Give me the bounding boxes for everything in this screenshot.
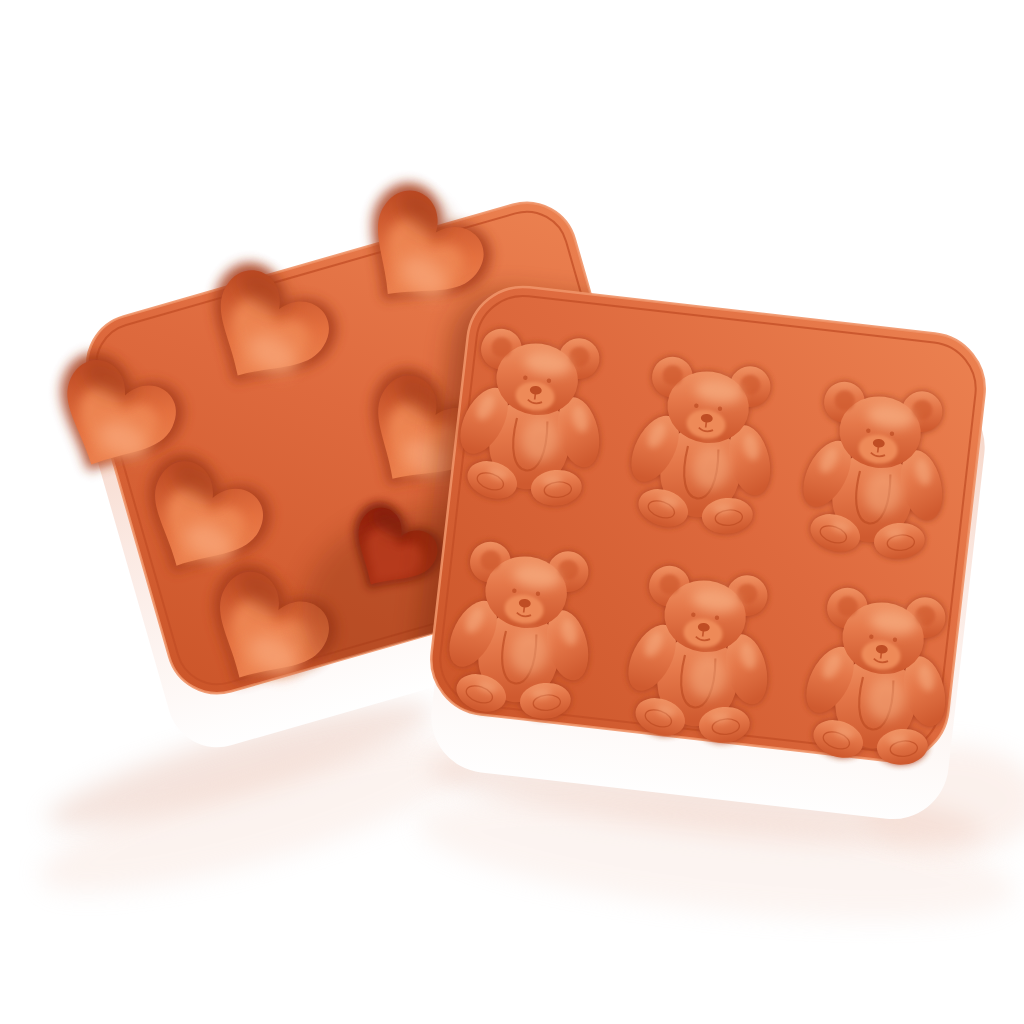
product-photo — [0, 0, 1024, 1024]
bear-mold — [425, 281, 990, 825]
product-photo-stage — [0, 0, 1024, 1024]
